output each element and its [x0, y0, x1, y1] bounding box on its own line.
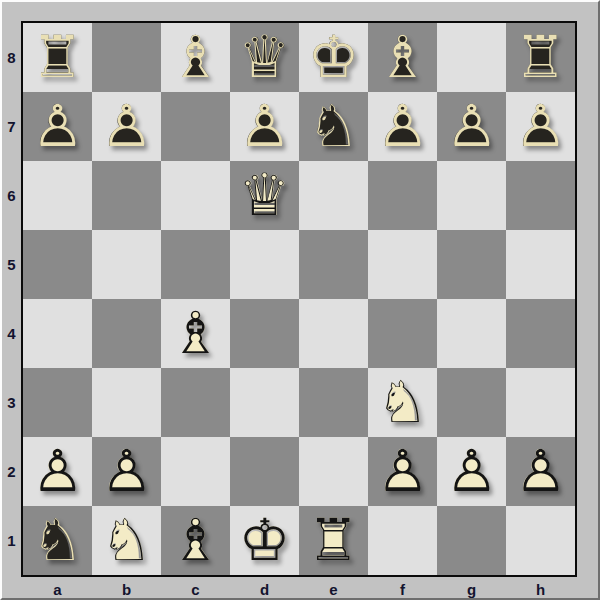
piece-white-pawn[interactable]: ♟♙	[437, 437, 506, 506]
piece-black-knight[interactable]: ♞♘	[23, 506, 92, 575]
piece-white-knight[interactable]: ♞♘	[92, 506, 161, 575]
piece-black-king[interactable]: ♚♔	[299, 23, 368, 92]
square-h1[interactable]	[506, 506, 575, 575]
square-a8[interactable]: ♜♖	[23, 23, 92, 92]
square-a3[interactable]	[23, 368, 92, 437]
black-pawn-outline-icon: ♙	[23, 92, 92, 161]
square-c5[interactable]	[161, 230, 230, 299]
black-rook-outline-icon: ♖	[506, 23, 575, 92]
piece-white-rook[interactable]: ♜♖	[299, 506, 368, 575]
piece-white-pawn[interactable]: ♟♙	[23, 437, 92, 506]
square-h6[interactable]	[506, 161, 575, 230]
square-f3[interactable]: ♞♘	[368, 368, 437, 437]
square-e1[interactable]: ♜♖	[299, 506, 368, 575]
chess-board: ♜♖♝♗♛♕♚♔♝♗♜♖♟♙♟♙♟♙♞♘♟♙♟♙♟♙♛♕♝♗♞♘♟♙♟♙♟♙♟♙…	[21, 21, 577, 577]
piece-black-pawn[interactable]: ♟♙	[92, 92, 161, 161]
white-pawn-outline-icon: ♙	[437, 437, 506, 506]
square-a2[interactable]: ♟♙	[23, 437, 92, 506]
piece-black-pawn[interactable]: ♟♙	[506, 92, 575, 161]
black-pawn-outline-icon: ♙	[506, 92, 575, 161]
square-g7[interactable]: ♟♙	[437, 92, 506, 161]
white-king-outline-icon: ♔	[230, 506, 299, 575]
square-a7[interactable]: ♟♙	[23, 92, 92, 161]
square-h5[interactable]	[506, 230, 575, 299]
square-h4[interactable]	[506, 299, 575, 368]
square-f1[interactable]	[368, 506, 437, 575]
square-f7[interactable]: ♟♙	[368, 92, 437, 161]
square-e3[interactable]	[299, 368, 368, 437]
white-bishop-outline-icon: ♗	[161, 506, 230, 575]
square-g5[interactable]	[437, 230, 506, 299]
square-f2[interactable]: ♟♙	[368, 437, 437, 506]
rank-label-6: 6	[2, 161, 21, 230]
chess-diagram-frame: 87654321 ♜♖♝♗♛♕♚♔♝♗♜♖♟♙♟♙♟♙♞♘♟♙♟♙♟♙♛♕♝♗♞…	[0, 0, 600, 600]
piece-black-pawn[interactable]: ♟♙	[23, 92, 92, 161]
square-e5[interactable]	[299, 230, 368, 299]
square-f8[interactable]: ♝♗	[368, 23, 437, 92]
piece-white-pawn[interactable]: ♟♙	[92, 437, 161, 506]
square-g8[interactable]	[437, 23, 506, 92]
black-pawn-outline-icon: ♙	[437, 92, 506, 161]
file-label-a: a	[23, 579, 92, 599]
white-knight-outline-icon: ♘	[368, 368, 437, 437]
square-h2[interactable]: ♟♙	[506, 437, 575, 506]
white-rook-outline-icon: ♖	[299, 506, 368, 575]
piece-black-knight[interactable]: ♞♘	[299, 92, 368, 161]
black-bishop-outline-icon: ♗	[161, 23, 230, 92]
piece-white-knight[interactable]: ♞♘	[368, 368, 437, 437]
square-d2[interactable]	[230, 437, 299, 506]
square-h7[interactable]: ♟♙	[506, 92, 575, 161]
square-h8[interactable]: ♜♖	[506, 23, 575, 92]
piece-white-pawn[interactable]: ♟♙	[368, 437, 437, 506]
black-pawn-outline-icon: ♙	[230, 92, 299, 161]
square-b4[interactable]	[92, 299, 161, 368]
square-b3[interactable]	[92, 368, 161, 437]
square-a4[interactable]	[23, 299, 92, 368]
piece-white-king[interactable]: ♚♔	[230, 506, 299, 575]
square-e7[interactable]: ♞♘	[299, 92, 368, 161]
square-d6[interactable]: ♛♕	[230, 161, 299, 230]
black-pawn-outline-icon: ♙	[92, 92, 161, 161]
rank-label-4: 4	[2, 299, 21, 368]
file-label-c: c	[161, 579, 230, 599]
square-b8[interactable]	[92, 23, 161, 92]
file-label-d: d	[230, 579, 299, 599]
rank-label-1: 1	[2, 506, 21, 575]
rank-label-2: 2	[2, 437, 21, 506]
piece-black-bishop[interactable]: ♝♗	[161, 23, 230, 92]
white-queen-outline-icon: ♕	[230, 161, 299, 230]
piece-white-queen[interactable]: ♛♕	[230, 161, 299, 230]
black-rook-outline-icon: ♖	[23, 23, 92, 92]
white-bishop-outline-icon: ♗	[161, 299, 230, 368]
white-pawn-outline-icon: ♙	[92, 437, 161, 506]
square-e6[interactable]	[299, 161, 368, 230]
square-g6[interactable]	[437, 161, 506, 230]
piece-white-pawn[interactable]: ♟♙	[506, 437, 575, 506]
piece-black-rook[interactable]: ♜♖	[506, 23, 575, 92]
piece-black-pawn[interactable]: ♟♙	[437, 92, 506, 161]
black-bishop-outline-icon: ♗	[368, 23, 437, 92]
square-c4[interactable]: ♝♗	[161, 299, 230, 368]
rank-label-3: 3	[2, 368, 21, 437]
piece-white-bishop[interactable]: ♝♗	[161, 299, 230, 368]
square-d7[interactable]: ♟♙	[230, 92, 299, 161]
piece-black-bishop[interactable]: ♝♗	[368, 23, 437, 92]
square-f4[interactable]	[368, 299, 437, 368]
square-a1[interactable]: ♞♘	[23, 506, 92, 575]
white-pawn-outline-icon: ♙	[368, 437, 437, 506]
square-h3[interactable]	[506, 368, 575, 437]
square-e2[interactable]	[299, 437, 368, 506]
piece-white-bishop[interactable]: ♝♗	[161, 506, 230, 575]
file-label-h: h	[506, 579, 575, 599]
rank-label-8: 8	[2, 23, 21, 92]
square-g1[interactable]	[437, 506, 506, 575]
square-d3[interactable]	[230, 368, 299, 437]
square-b5[interactable]	[92, 230, 161, 299]
square-c7[interactable]	[161, 92, 230, 161]
square-g3[interactable]	[437, 368, 506, 437]
square-a6[interactable]	[23, 161, 92, 230]
square-b1[interactable]: ♞♘	[92, 506, 161, 575]
piece-black-pawn[interactable]: ♟♙	[368, 92, 437, 161]
white-knight-outline-icon: ♘	[92, 506, 161, 575]
file-label-e: e	[299, 579, 368, 599]
black-knight-outline-icon: ♘	[299, 92, 368, 161]
square-a5[interactable]	[23, 230, 92, 299]
square-c6[interactable]	[161, 161, 230, 230]
square-b6[interactable]	[92, 161, 161, 230]
square-b2[interactable]: ♟♙	[92, 437, 161, 506]
black-pawn-outline-icon: ♙	[368, 92, 437, 161]
square-f6[interactable]	[368, 161, 437, 230]
square-c2[interactable]	[161, 437, 230, 506]
square-g2[interactable]: ♟♙	[437, 437, 506, 506]
square-c1[interactable]: ♝♗	[161, 506, 230, 575]
square-e8[interactable]: ♚♔	[299, 23, 368, 92]
square-g4[interactable]	[437, 299, 506, 368]
file-label-b: b	[92, 579, 161, 599]
square-d5[interactable]	[230, 230, 299, 299]
square-c8[interactable]: ♝♗	[161, 23, 230, 92]
square-c3[interactable]	[161, 368, 230, 437]
black-knight-outline-icon: ♘	[23, 506, 92, 575]
square-d4[interactable]	[230, 299, 299, 368]
square-f5[interactable]	[368, 230, 437, 299]
piece-black-queen[interactable]: ♛♕	[230, 23, 299, 92]
rank-label-7: 7	[2, 92, 21, 161]
black-queen-outline-icon: ♕	[230, 23, 299, 92]
square-b7[interactable]: ♟♙	[92, 92, 161, 161]
file-labels: abcdefgh	[23, 579, 575, 599]
square-e4[interactable]	[299, 299, 368, 368]
white-pawn-outline-icon: ♙	[506, 437, 575, 506]
square-d8[interactable]: ♛♕	[230, 23, 299, 92]
file-label-f: f	[368, 579, 437, 599]
piece-black-pawn[interactable]: ♟♙	[230, 92, 299, 161]
square-d1[interactable]: ♚♔	[230, 506, 299, 575]
rank-label-5: 5	[2, 230, 21, 299]
rank-labels: 87654321	[2, 23, 21, 575]
piece-black-rook[interactable]: ♜♖	[23, 23, 92, 92]
white-pawn-outline-icon: ♙	[23, 437, 92, 506]
black-king-outline-icon: ♔	[299, 23, 368, 92]
file-label-g: g	[437, 579, 506, 599]
